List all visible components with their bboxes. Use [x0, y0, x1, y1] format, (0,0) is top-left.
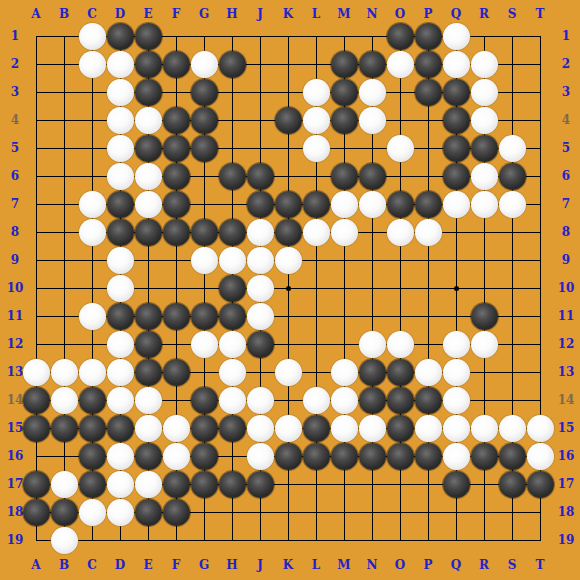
black-stone — [23, 499, 50, 526]
black-stone — [387, 23, 414, 50]
white-stone — [135, 387, 162, 414]
black-stone — [387, 387, 414, 414]
white-stone — [359, 191, 386, 218]
column-label-top: H — [226, 8, 237, 20]
black-stone — [331, 443, 358, 470]
white-stone — [107, 247, 134, 274]
white-stone — [107, 387, 134, 414]
row-label-left: 15 — [7, 422, 24, 434]
black-stone — [135, 443, 162, 470]
white-stone — [359, 331, 386, 358]
black-stone — [135, 359, 162, 386]
black-stone — [471, 443, 498, 470]
row-label-right: 19 — [558, 534, 575, 546]
black-stone — [443, 163, 470, 190]
white-stone — [107, 499, 134, 526]
row-label-right: 13 — [558, 366, 575, 378]
white-stone — [499, 191, 526, 218]
black-stone — [51, 499, 78, 526]
white-stone — [471, 107, 498, 134]
black-stone — [191, 415, 218, 442]
white-stone — [471, 415, 498, 442]
black-stone — [191, 443, 218, 470]
black-stone — [219, 275, 246, 302]
star-point — [286, 286, 291, 291]
white-stone — [135, 107, 162, 134]
black-stone — [303, 415, 330, 442]
black-stone — [247, 331, 274, 358]
column-label-top: R — [479, 8, 489, 20]
column-label-top: P — [423, 8, 432, 20]
black-stone — [219, 471, 246, 498]
row-label-right: 12 — [558, 338, 575, 350]
white-stone — [135, 191, 162, 218]
black-stone — [23, 415, 50, 442]
black-stone — [219, 163, 246, 190]
column-label-top: M — [337, 8, 350, 20]
row-label-right: 15 — [558, 422, 575, 434]
white-stone — [387, 219, 414, 246]
black-stone — [247, 471, 274, 498]
column-label-top: O — [395, 8, 405, 20]
white-stone — [415, 219, 442, 246]
white-stone — [191, 331, 218, 358]
row-label-left: 14 — [7, 394, 24, 406]
black-stone — [107, 219, 134, 246]
black-stone — [191, 135, 218, 162]
row-label-left: 16 — [7, 450, 24, 462]
white-stone — [219, 387, 246, 414]
black-stone — [79, 443, 106, 470]
column-label-top: C — [87, 8, 97, 20]
white-stone — [331, 359, 358, 386]
white-stone — [79, 23, 106, 50]
white-stone — [443, 51, 470, 78]
white-stone — [247, 387, 274, 414]
black-stone — [163, 191, 190, 218]
row-label-right: 18 — [558, 506, 575, 518]
white-stone — [387, 135, 414, 162]
black-stone — [79, 387, 106, 414]
white-stone — [331, 191, 358, 218]
row-label-left: 10 — [7, 282, 24, 294]
column-label-top: D — [115, 8, 125, 20]
column-label-bottom: E — [143, 559, 152, 571]
white-stone — [107, 163, 134, 190]
black-stone — [191, 219, 218, 246]
black-stone — [359, 443, 386, 470]
white-stone — [107, 359, 134, 386]
row-label-right: 17 — [558, 478, 575, 490]
white-stone — [443, 415, 470, 442]
black-stone — [135, 303, 162, 330]
column-label-top: A — [31, 8, 40, 20]
row-label-left: 6 — [11, 170, 19, 182]
white-stone — [443, 23, 470, 50]
column-label-top: L — [312, 8, 320, 20]
row-label-left: 7 — [11, 198, 19, 210]
white-stone — [387, 51, 414, 78]
black-stone — [163, 51, 190, 78]
black-stone — [471, 303, 498, 330]
white-stone — [247, 275, 274, 302]
column-label-bottom: J — [257, 559, 263, 571]
row-label-right: 7 — [562, 198, 570, 210]
column-label-bottom: G — [199, 559, 209, 571]
black-stone — [443, 135, 470, 162]
white-stone — [443, 387, 470, 414]
black-stone — [107, 191, 134, 218]
white-stone — [23, 359, 50, 386]
column-label-top: Q — [451, 8, 461, 20]
row-label-left: 9 — [11, 254, 19, 266]
black-stone — [135, 79, 162, 106]
white-stone — [443, 331, 470, 358]
black-stone — [135, 499, 162, 526]
white-stone — [443, 359, 470, 386]
white-stone — [415, 415, 442, 442]
row-label-left: 19 — [7, 534, 24, 546]
black-stone — [443, 79, 470, 106]
white-stone — [499, 135, 526, 162]
black-stone — [23, 387, 50, 414]
black-stone — [163, 163, 190, 190]
black-stone — [247, 191, 274, 218]
black-stone — [275, 107, 302, 134]
column-label-top: S — [508, 8, 517, 20]
black-stone — [499, 443, 526, 470]
black-stone — [135, 331, 162, 358]
white-stone — [79, 359, 106, 386]
row-label-left: 18 — [7, 506, 24, 518]
black-stone — [331, 163, 358, 190]
column-label-bottom: K — [283, 559, 293, 571]
white-stone — [79, 191, 106, 218]
white-stone — [275, 247, 302, 274]
black-stone — [219, 303, 246, 330]
row-label-right: 14 — [558, 394, 575, 406]
column-label-bottom: D — [115, 559, 125, 571]
white-stone — [471, 163, 498, 190]
go-board[interactable]: AABBCCDDEEFFGGHHJJKKLLMMNNOOPPQQRRSSTT11… — [0, 0, 580, 580]
black-stone — [359, 51, 386, 78]
star-point — [454, 286, 459, 291]
row-label-left: 1 — [11, 30, 19, 42]
go-board-screenshot: { "game": "go", "board": { "size": 19, "… — [0, 0, 580, 580]
white-stone — [303, 135, 330, 162]
column-label-bottom: A — [31, 559, 40, 571]
black-stone — [163, 219, 190, 246]
column-label-bottom: Q — [451, 559, 461, 571]
black-stone — [275, 191, 302, 218]
white-stone — [359, 79, 386, 106]
white-stone — [107, 135, 134, 162]
column-label-top: N — [367, 8, 378, 20]
row-label-right: 1 — [562, 30, 570, 42]
column-label-top: E — [143, 8, 152, 20]
white-stone — [443, 191, 470, 218]
black-stone — [247, 163, 274, 190]
black-stone — [135, 219, 162, 246]
white-stone — [219, 247, 246, 274]
white-stone — [79, 219, 106, 246]
white-stone — [331, 415, 358, 442]
row-label-left: 17 — [7, 478, 24, 490]
row-label-right: 5 — [562, 142, 570, 154]
white-stone — [107, 275, 134, 302]
black-stone — [415, 51, 442, 78]
column-label-bottom: L — [312, 559, 320, 571]
row-label-left: 8 — [11, 226, 19, 238]
black-stone — [331, 51, 358, 78]
black-stone — [443, 471, 470, 498]
white-stone — [359, 107, 386, 134]
white-stone — [135, 415, 162, 442]
black-stone — [387, 443, 414, 470]
black-stone — [191, 79, 218, 106]
white-stone — [247, 415, 274, 442]
white-stone — [415, 359, 442, 386]
column-label-top: T — [536, 8, 545, 20]
black-stone — [303, 443, 330, 470]
white-stone — [247, 219, 274, 246]
white-stone — [499, 415, 526, 442]
white-stone — [163, 415, 190, 442]
black-stone — [191, 387, 218, 414]
white-stone — [247, 443, 274, 470]
black-stone — [163, 135, 190, 162]
black-stone — [415, 191, 442, 218]
white-stone — [135, 163, 162, 190]
black-stone — [163, 303, 190, 330]
black-stone — [331, 79, 358, 106]
row-label-right: 16 — [558, 450, 575, 462]
black-stone — [527, 471, 554, 498]
column-label-top: J — [257, 8, 263, 20]
black-stone — [359, 163, 386, 190]
white-stone — [247, 247, 274, 274]
black-stone — [499, 471, 526, 498]
row-label-left: 12 — [7, 338, 24, 350]
row-label-left: 5 — [11, 142, 19, 154]
row-label-left: 3 — [11, 86, 19, 98]
black-stone — [107, 23, 134, 50]
black-stone — [219, 51, 246, 78]
black-stone — [107, 415, 134, 442]
white-stone — [303, 219, 330, 246]
column-label-top: B — [59, 8, 69, 20]
white-stone — [51, 527, 78, 554]
white-stone — [191, 247, 218, 274]
grid-line-horizontal — [36, 540, 541, 541]
black-stone — [499, 163, 526, 190]
white-stone — [247, 303, 274, 330]
black-stone — [219, 219, 246, 246]
white-stone — [331, 387, 358, 414]
row-label-left: 11 — [7, 310, 24, 322]
row-label-right: 3 — [562, 86, 570, 98]
black-stone — [191, 471, 218, 498]
white-stone — [163, 443, 190, 470]
row-label-right: 8 — [562, 226, 570, 238]
white-stone — [219, 359, 246, 386]
column-label-bottom: B — [59, 559, 69, 571]
white-stone — [51, 387, 78, 414]
black-stone — [275, 219, 302, 246]
row-label-right: 2 — [562, 58, 570, 70]
black-stone — [23, 471, 50, 498]
black-stone — [163, 359, 190, 386]
black-stone — [191, 303, 218, 330]
black-stone — [415, 79, 442, 106]
black-stone — [359, 387, 386, 414]
row-label-right: 11 — [558, 310, 575, 322]
black-stone — [359, 359, 386, 386]
white-stone — [51, 471, 78, 498]
white-stone — [527, 443, 554, 470]
white-stone — [471, 331, 498, 358]
column-label-bottom: P — [423, 559, 432, 571]
white-stone — [471, 51, 498, 78]
white-stone — [303, 79, 330, 106]
white-stone — [219, 331, 246, 358]
black-stone — [387, 191, 414, 218]
black-stone — [135, 23, 162, 50]
black-stone — [163, 471, 190, 498]
white-stone — [191, 51, 218, 78]
white-stone — [359, 415, 386, 442]
black-stone — [471, 135, 498, 162]
white-stone — [275, 415, 302, 442]
row-label-right: 4 — [562, 114, 570, 126]
white-stone — [107, 471, 134, 498]
column-label-bottom: O — [395, 559, 405, 571]
black-stone — [135, 135, 162, 162]
white-stone — [107, 79, 134, 106]
white-stone — [443, 443, 470, 470]
white-stone — [135, 471, 162, 498]
white-stone — [79, 303, 106, 330]
black-stone — [415, 23, 442, 50]
black-stone — [163, 107, 190, 134]
column-label-top: F — [172, 8, 181, 20]
black-stone — [387, 415, 414, 442]
black-stone — [303, 191, 330, 218]
black-stone — [51, 415, 78, 442]
column-label-bottom: T — [536, 559, 545, 571]
row-label-right: 10 — [558, 282, 575, 294]
black-stone — [107, 303, 134, 330]
black-stone — [163, 499, 190, 526]
white-stone — [107, 51, 134, 78]
white-stone — [303, 387, 330, 414]
row-label-right: 6 — [562, 170, 570, 182]
black-stone — [275, 443, 302, 470]
white-stone — [79, 51, 106, 78]
black-stone — [415, 443, 442, 470]
black-stone — [79, 471, 106, 498]
column-label-bottom: H — [226, 559, 237, 571]
white-stone — [303, 107, 330, 134]
white-stone — [51, 359, 78, 386]
row-label-left: 4 — [11, 114, 19, 126]
black-stone — [79, 415, 106, 442]
white-stone — [275, 359, 302, 386]
white-stone — [471, 79, 498, 106]
white-stone — [387, 331, 414, 358]
row-label-left: 2 — [11, 58, 19, 70]
column-label-top: G — [199, 8, 209, 20]
black-stone — [331, 107, 358, 134]
column-label-bottom: N — [367, 559, 378, 571]
white-stone — [471, 191, 498, 218]
white-stone — [107, 107, 134, 134]
column-label-bottom: M — [337, 559, 350, 571]
black-stone — [191, 107, 218, 134]
column-label-top: K — [283, 8, 293, 20]
column-label-bottom: F — [172, 559, 181, 571]
black-stone — [387, 359, 414, 386]
white-stone — [107, 443, 134, 470]
white-stone — [331, 219, 358, 246]
black-stone — [443, 107, 470, 134]
row-label-right: 9 — [562, 254, 570, 266]
black-stone — [135, 51, 162, 78]
column-label-bottom: S — [508, 559, 517, 571]
black-stone — [415, 387, 442, 414]
column-label-bottom: R — [479, 559, 489, 571]
black-stone — [219, 415, 246, 442]
column-label-bottom: C — [87, 559, 97, 571]
white-stone — [527, 415, 554, 442]
white-stone — [107, 331, 134, 358]
row-label-left: 13 — [7, 366, 24, 378]
white-stone — [79, 499, 106, 526]
